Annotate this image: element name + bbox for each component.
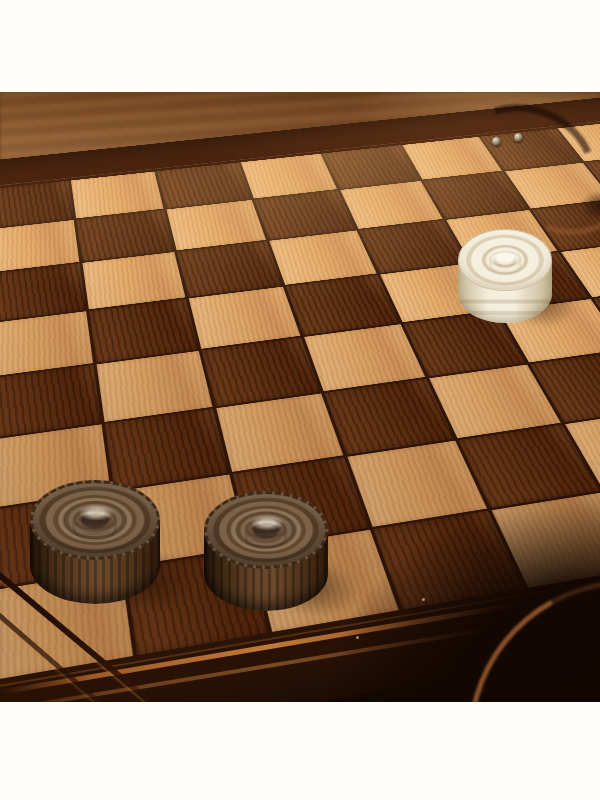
white-margin-bottom xyxy=(0,702,600,800)
black-checker-c2[interactable]: ⛂ xyxy=(204,491,328,611)
black-checker-a2[interactable]: ⛂ xyxy=(30,480,160,604)
black-draughts-man-glyph: ⛂ xyxy=(70,491,119,550)
piece-top: ⛂ xyxy=(204,491,328,569)
hinge-pin-icon xyxy=(492,137,501,146)
black-draughts-man-glyph: ⛂ xyxy=(243,502,290,558)
hinge-pin-icon xyxy=(514,133,523,142)
checkers-photo: ⛂⛂⛀ xyxy=(0,92,600,702)
piece-top: ⛂ xyxy=(30,480,160,560)
piece-top: ⛀ xyxy=(458,229,552,291)
dust-speck xyxy=(422,598,425,601)
white-margin-top xyxy=(0,0,600,92)
white-checker-f6[interactable]: ⛀ xyxy=(458,229,552,323)
white-draughts-man-glyph: ⛀ xyxy=(487,239,522,281)
